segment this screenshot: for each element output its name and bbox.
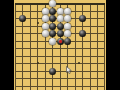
board-intersection[interactable] [86,22,93,30]
stone-glyph: ○ [43,30,48,37]
board-intersection[interactable] [34,45,41,53]
stone-glyph: ● [58,23,63,30]
white-stone[interactable]: ○ [42,23,49,30]
board-intersection[interactable] [71,37,78,45]
board-intersection[interactable] [12,60,19,68]
board-intersection[interactable]: ○ [64,30,71,38]
board-intersection[interactable]: ○ [56,15,63,23]
board-intersection[interactable] [12,67,19,75]
board-intersection[interactable]: ● [56,37,63,45]
board-intersection[interactable] [19,52,26,60]
board-intersection[interactable] [19,37,26,45]
board-intersection[interactable] [34,15,41,23]
board-intersection[interactable]: ● [79,30,86,38]
board-intersection[interactable] [64,82,71,90]
board-intersection[interactable] [56,0,63,7]
board-intersection[interactable] [12,52,19,60]
board-intersection[interactable] [56,75,63,83]
stone-glyph: ○ [58,15,63,22]
board-intersection[interactable] [71,7,78,15]
board-intersection[interactable] [27,15,34,23]
board-intersection[interactable] [42,0,49,7]
board-intersection[interactable] [71,60,78,68]
board-intersection[interactable] [34,67,41,75]
board-intersection[interactable]: ○ [49,0,56,7]
go-app-screenshot: ○○●○○●○●○○●○●●○○●●○●○●●● [0,0,120,90]
board-intersection[interactable] [49,52,56,60]
black-stone[interactable]: ● [57,30,64,37]
board-intersection[interactable] [86,0,93,7]
board-intersection[interactable]: ○ [42,15,49,23]
board-intersection[interactable] [56,60,63,68]
board-intersection[interactable] [64,0,71,7]
board-intersection[interactable] [94,0,101,7]
board-intersection[interactable] [42,45,49,53]
board-intersection[interactable] [12,45,19,53]
board-intersection[interactable]: ○ [49,37,56,45]
board-intersection[interactable] [27,52,34,60]
black-stone[interactable]: ● [49,8,56,15]
white-stone[interactable]: ○ [42,8,49,15]
board-intersection[interactable] [79,82,86,90]
white-stone[interactable]: ○ [64,15,71,22]
board-intersection[interactable] [101,37,108,45]
stone-glyph: ● [80,15,85,22]
board-intersection[interactable] [12,0,19,7]
board-intersection[interactable] [64,75,71,83]
stone-glyph: ● [50,8,55,15]
board-intersection[interactable] [71,22,78,30]
board-intersection[interactable] [71,30,78,38]
last-move-marker [59,40,62,43]
board-intersection[interactable] [86,7,93,15]
board-intersection[interactable] [49,82,56,90]
board-intersection[interactable] [34,37,41,45]
stone-glyph: ○ [65,23,70,30]
board-intersection[interactable] [56,45,63,53]
board-intersection[interactable] [56,67,63,75]
black-stone[interactable]: ● [49,30,56,37]
board-intersection[interactable] [79,60,86,68]
board-intersection[interactable] [19,7,26,15]
stone-glyph: ○ [43,23,48,30]
board-intersection[interactable] [79,52,86,60]
stone-glyph: ○ [43,15,48,22]
board-intersection[interactable] [94,82,101,90]
board-intersection[interactable] [86,82,93,90]
black-stone[interactable]: ● [79,30,86,37]
board-intersection[interactable] [71,0,78,7]
board-intersection[interactable] [34,75,41,83]
white-stone[interactable]: ○ [49,0,56,7]
black-stone[interactable]: ● [64,38,71,45]
board-intersection[interactable] [101,0,108,7]
board-intersection[interactable] [64,52,71,60]
board-intersection[interactable] [56,52,63,60]
stone-glyph: ○ [65,15,70,22]
board-intersection[interactable]: ● [64,37,71,45]
stone-glyph: ○ [58,8,63,15]
stone-glyph: ● [80,30,85,37]
board-intersection[interactable] [19,30,26,38]
stone-glyph: ○ [65,30,70,37]
board-intersection[interactable] [79,7,86,15]
board-intersection[interactable] [12,30,19,38]
black-stone[interactable]: ● [49,15,56,22]
board-intersection[interactable]: ● [19,15,26,23]
board-intersection[interactable] [86,75,93,83]
board-intersection[interactable]: ● [49,7,56,15]
board-intersection[interactable] [79,37,86,45]
board-intersections[interactable]: ○○●○○●○●○○●○●●○○●●○●○●●● [12,0,109,90]
board-intersection[interactable] [42,37,49,45]
stone-glyph: ● [58,30,63,37]
black-stone[interactable]: ● [49,68,56,75]
board-intersection[interactable] [42,60,49,68]
board-intersection[interactable] [101,60,108,68]
board-intersection[interactable]: ○ [56,7,63,15]
board-intersection[interactable] [94,7,101,15]
board-intersection[interactable] [34,82,41,90]
board-intersection[interactable] [101,15,108,23]
board-intersection[interactable] [34,7,41,15]
board-intersection[interactable] [94,67,101,75]
board-intersection[interactable] [19,75,26,83]
stone-glyph: ○ [50,38,55,45]
board-intersection[interactable] [71,52,78,60]
board-intersection[interactable] [101,67,108,75]
board-intersection[interactable]: ● [49,22,56,30]
board-intersection[interactable]: ○ [42,7,49,15]
board-intersection[interactable] [79,75,86,83]
black-stone[interactable]: ● [57,23,64,30]
board-intersection[interactable] [71,67,78,75]
board-intersection[interactable] [101,22,108,30]
board-intersection[interactable]: ○ [64,15,71,23]
board-intersection[interactable]: ● [56,30,63,38]
board-intersection[interactable] [94,60,101,68]
board-intersection[interactable] [19,60,26,68]
black-stone[interactable]: ● [49,23,56,30]
white-stone[interactable]: ○ [64,30,71,37]
board-intersection[interactable] [19,82,26,90]
stone-glyph: ● [50,15,55,22]
board-intersection[interactable] [79,67,86,75]
black-stone[interactable]: ● [79,15,86,22]
board-intersection[interactable] [86,30,93,38]
board-intersection[interactable]: ● [79,15,86,23]
board-intersection[interactable] [86,52,93,60]
stone-glyph: ● [20,15,25,22]
black-stone[interactable]: ● [19,15,26,22]
white-stone[interactable]: ○ [42,30,49,37]
stone-glyph: ● [50,23,55,30]
board-intersection[interactable] [94,22,101,30]
board-intersection[interactable] [34,22,41,30]
board-intersection[interactable] [12,15,19,23]
board-intersection[interactable] [86,45,93,53]
board-intersection[interactable] [42,52,49,60]
white-stone[interactable]: ○ [64,8,71,15]
board-intersection[interactable] [79,0,86,7]
board-intersection[interactable] [27,45,34,53]
board-intersection[interactable]: ○ [64,22,71,30]
board-intersection[interactable]: ● [49,15,56,23]
board-intersection[interactable] [27,67,34,75]
board-intersection[interactable] [27,82,34,90]
board-intersection[interactable] [27,60,34,68]
board-intersection[interactable] [34,52,41,60]
board-intersection[interactable] [27,75,34,83]
board-intersection[interactable] [27,22,34,30]
white-stone[interactable]: ○ [49,38,56,45]
board-intersection[interactable] [27,37,34,45]
white-stone[interactable]: ○ [64,23,71,30]
board-intersection[interactable] [101,30,108,38]
board-intersection[interactable] [42,82,49,90]
board-intersection[interactable] [42,75,49,83]
board-intersection[interactable] [34,0,41,7]
board-intersection[interactable] [71,82,78,90]
board-intersection[interactable] [12,22,19,30]
board-intersection[interactable] [12,7,19,15]
board-intersection[interactable] [71,15,78,23]
board-intersection[interactable] [27,7,34,15]
board-intersection[interactable] [12,75,19,83]
stone-glyph: ● [50,30,55,37]
board-intersection[interactable] [94,75,101,83]
board-intersection[interactable] [86,37,93,45]
board-intersection[interactable]: ○ [42,22,49,30]
board-intersection[interactable] [12,82,19,90]
board-intersection[interactable] [49,60,56,68]
board-intersection[interactable] [101,82,108,90]
board-intersection[interactable]: ● [49,30,56,38]
board-intersection[interactable] [19,45,26,53]
board-intersection[interactable] [27,30,34,38]
board-intersection[interactable] [64,45,71,53]
mouse-cursor-icon [66,66,73,75]
board-intersection[interactable]: ○ [42,30,49,38]
board-intersection[interactable] [71,75,78,83]
stone-glyph: ○ [50,0,55,7]
board-intersection[interactable] [42,67,49,75]
board-intersection[interactable] [79,45,86,53]
board-intersection[interactable] [56,82,63,90]
board-intersection[interactable]: ● [56,22,63,30]
white-stone[interactable]: ○ [57,8,64,15]
board-intersection[interactable] [19,22,26,30]
stone-glyph: ● [50,68,55,75]
board-intersection[interactable] [49,75,56,83]
board-intersection[interactable] [34,60,41,68]
board-intersection[interactable] [94,30,101,38]
board-intersection[interactable] [27,0,34,7]
board-intersection[interactable] [94,37,101,45]
board-intersection[interactable] [101,75,108,83]
black-stone[interactable]: ● [57,38,64,45]
stone-glyph: ● [65,38,70,45]
board-intersection[interactable] [86,15,93,23]
white-stone[interactable]: ○ [57,15,64,22]
board-intersection[interactable] [49,45,56,53]
board-intersection[interactable] [71,45,78,53]
white-stone[interactable]: ○ [42,15,49,22]
board-intersection[interactable] [94,52,101,60]
board-intersection[interactable]: ● [49,67,56,75]
board-intersection[interactable]: ○ [64,7,71,15]
board-intersection[interactable] [86,67,93,75]
board-intersection[interactable] [19,0,26,7]
board-intersection[interactable] [94,15,101,23]
board-intersection[interactable] [34,30,41,38]
board-intersection[interactable] [101,45,108,53]
board-intersection[interactable] [79,22,86,30]
stone-glyph: ○ [65,8,70,15]
board-intersection[interactable] [94,45,101,53]
stone-glyph: ○ [43,8,48,15]
board-intersection[interactable] [86,60,93,68]
board-intersection[interactable] [12,37,19,45]
board-intersection[interactable] [101,7,108,15]
board-intersection[interactable] [19,67,26,75]
board-intersection[interactable] [101,52,108,60]
